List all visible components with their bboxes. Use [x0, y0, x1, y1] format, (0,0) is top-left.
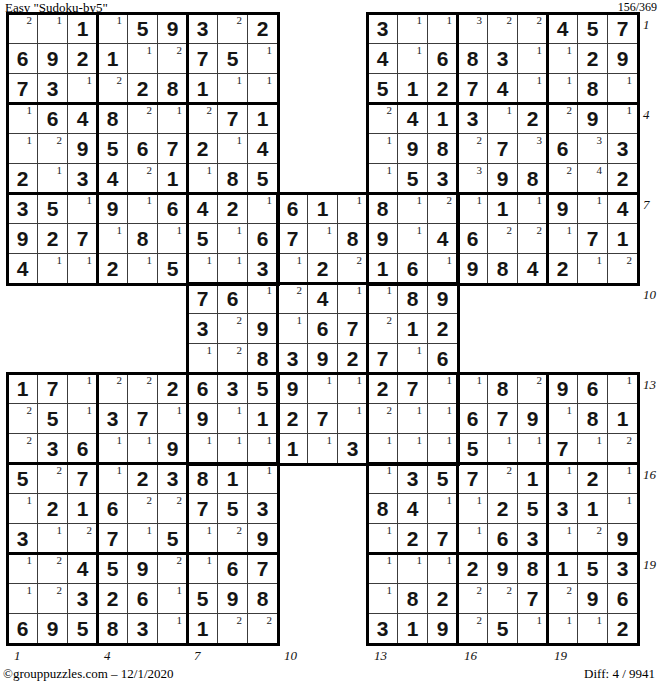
cell-r16c19[interactable]: 1 — [548, 464, 578, 494]
cell-r19c2[interactable]: 2 — [38, 554, 68, 584]
cell-r16c13[interactable]: 1 — [368, 464, 398, 494]
cell-r4c6[interactable]: 1 — [158, 104, 188, 134]
cell-r12c12[interactable]: 2 — [338, 344, 368, 374]
cell-r9c5[interactable]: 1 — [128, 254, 158, 284]
cell-r5c21[interactable]: 3 — [608, 134, 638, 164]
cell-r17c3[interactable]: 1 — [68, 494, 98, 524]
cell-r14c12[interactable]: 1 — [338, 404, 368, 434]
cell-r18c6[interactable]: 5 — [158, 524, 188, 554]
cell-r19c1[interactable]: 1 — [8, 554, 38, 584]
cell-r17c20[interactable]: 1 — [578, 494, 608, 524]
cell-r14c10[interactable]: 2 — [278, 404, 308, 434]
cell-r18c8[interactable]: 2 — [218, 524, 248, 554]
cell-r9c15[interactable]: 1 — [428, 254, 458, 284]
cell-r6c2[interactable]: 1 — [38, 164, 68, 194]
cell-r2c15[interactable]: 6 — [428, 44, 458, 74]
cell-r4c1[interactable]: 1 — [8, 104, 38, 134]
cell-r4c19[interactable]: 2 — [548, 104, 578, 134]
cell-r12c10[interactable]: 3 — [278, 344, 308, 374]
cell-r9c12[interactable]: 2 — [338, 254, 368, 284]
cell-r8c13[interactable]: 9 — [368, 224, 398, 254]
cell-r17c17[interactable]: 2 — [488, 494, 518, 524]
cell-r3c2[interactable]: 3 — [38, 74, 68, 104]
cell-r21c20[interactable]: 1 — [578, 614, 608, 644]
cell-r9c6[interactable]: 5 — [158, 254, 188, 284]
cell-r8c6[interactable]: 1 — [158, 224, 188, 254]
cell-r1c19[interactable]: 4 — [548, 14, 578, 44]
cell-r18c17[interactable]: 6 — [488, 524, 518, 554]
cell-r15c4[interactable]: 1 — [98, 434, 128, 464]
cell-r5c20[interactable]: 3 — [578, 134, 608, 164]
cell-r6c19[interactable]: 2 — [548, 164, 578, 194]
cell-r19c8[interactable]: 6 — [218, 554, 248, 584]
cell-r5c13[interactable]: 1 — [368, 134, 398, 164]
cell-r3c15[interactable]: 2 — [428, 74, 458, 104]
cell-r15c11[interactable]: 1 — [308, 434, 338, 464]
cell-r2c13[interactable]: 4 — [368, 44, 398, 74]
cell-r14c6[interactable]: 1 — [158, 404, 188, 434]
cell-r1c1[interactable]: 2 — [8, 14, 38, 44]
cell-r4c14[interactable]: 4 — [398, 104, 428, 134]
cell-r6c14[interactable]: 5 — [398, 164, 428, 194]
cell-r9c17[interactable]: 8 — [488, 254, 518, 284]
cell-r13c13[interactable]: 2 — [368, 374, 398, 404]
cell-r4c13[interactable]: 2 — [368, 104, 398, 134]
cell-r11c15[interactable]: 2 — [428, 314, 458, 344]
cell-r15c8[interactable]: 1 — [218, 434, 248, 464]
cell-r18c3[interactable]: 2 — [68, 524, 98, 554]
cell-r16c16[interactable]: 7 — [458, 464, 488, 494]
cell-r17c19[interactable]: 3 — [548, 494, 578, 524]
cell-r15c12[interactable]: 3 — [338, 434, 368, 464]
cell-r16c8[interactable]: 1 — [218, 464, 248, 494]
cell-r11c9[interactable]: 9 — [248, 314, 278, 344]
cell-r20c14[interactable]: 8 — [398, 584, 428, 614]
cell-r15c2[interactable]: 3 — [38, 434, 68, 464]
cell-r18c4[interactable]: 7 — [98, 524, 128, 554]
cell-r1c14[interactable]: 1 — [398, 14, 428, 44]
cell-r5c7[interactable]: 2 — [188, 134, 218, 164]
cell-r19c17[interactable]: 9 — [488, 554, 518, 584]
cell-r14c2[interactable]: 5 — [38, 404, 68, 434]
cell-r3c16[interactable]: 7 — [458, 74, 488, 104]
cell-r3c17[interactable]: 4 — [488, 74, 518, 104]
cell-r5c2[interactable]: 2 — [38, 134, 68, 164]
cell-r6c3[interactable]: 3 — [68, 164, 98, 194]
cell-r13c19[interactable]: 9 — [548, 374, 578, 404]
cell-r19c21[interactable]: 3 — [608, 554, 638, 584]
cell-r13c6[interactable]: 2 — [158, 374, 188, 404]
cell-r6c20[interactable]: 4 — [578, 164, 608, 194]
cell-r4c5[interactable]: 2 — [128, 104, 158, 134]
cell-r1c16[interactable]: 3 — [458, 14, 488, 44]
cell-r18c2[interactable]: 1 — [38, 524, 68, 554]
cell-r3c4[interactable]: 2 — [98, 74, 128, 104]
cell-r7c13[interactable]: 8 — [368, 194, 398, 224]
cell-r1c13[interactable]: 3 — [368, 14, 398, 44]
cell-r5c1[interactable]: 1 — [8, 134, 38, 164]
cell-r8c8[interactable]: 1 — [218, 224, 248, 254]
cell-r8c11[interactable]: 1 — [308, 224, 338, 254]
cell-r5c6[interactable]: 7 — [158, 134, 188, 164]
cell-r20c18[interactable]: 7 — [518, 584, 548, 614]
cell-r5c19[interactable]: 6 — [548, 134, 578, 164]
cell-r9c4[interactable]: 2 — [98, 254, 128, 284]
cell-r1c2[interactable]: 1 — [38, 14, 68, 44]
cell-r8c15[interactable]: 4 — [428, 224, 458, 254]
cell-r2c5[interactable]: 1 — [128, 44, 158, 74]
cell-r3c14[interactable]: 1 — [398, 74, 428, 104]
cell-r4c15[interactable]: 1 — [428, 104, 458, 134]
cell-r3c5[interactable]: 2 — [128, 74, 158, 104]
cell-r7c8[interactable]: 2 — [218, 194, 248, 224]
cell-r7c9[interactable]: 1 — [248, 194, 278, 224]
cell-r8c16[interactable]: 6 — [458, 224, 488, 254]
cell-r14c21[interactable]: 1 — [608, 404, 638, 434]
cell-r15c21[interactable]: 2 — [608, 434, 638, 464]
cell-r1c6[interactable]: 9 — [158, 14, 188, 44]
cell-r19c5[interactable]: 9 — [128, 554, 158, 584]
cell-r14c4[interactable]: 3 — [98, 404, 128, 434]
cell-r10c10[interactable]: 2 — [278, 284, 308, 314]
cell-r7c11[interactable]: 1 — [308, 194, 338, 224]
cell-r15c5[interactable]: 1 — [128, 434, 158, 464]
cell-r8c4[interactable]: 1 — [98, 224, 128, 254]
cell-r4c18[interactable]: 2 — [518, 104, 548, 134]
cell-r13c18[interactable]: 2 — [518, 374, 548, 404]
cell-r4c9[interactable]: 1 — [248, 104, 278, 134]
cell-r5c8[interactable]: 1 — [218, 134, 248, 164]
cell-r8c1[interactable]: 9 — [8, 224, 38, 254]
cell-r5c18[interactable]: 3 — [518, 134, 548, 164]
cell-r3c13[interactable]: 5 — [368, 74, 398, 104]
cell-r2c16[interactable]: 8 — [458, 44, 488, 74]
cell-r4c8[interactable]: 7 — [218, 104, 248, 134]
cell-r13c15[interactable]: 1 — [428, 374, 458, 404]
cell-r3c6[interactable]: 8 — [158, 74, 188, 104]
cell-r7c19[interactable]: 9 — [548, 194, 578, 224]
cell-r19c13[interactable]: 1 — [368, 554, 398, 584]
cell-r3c1[interactable]: 7 — [8, 74, 38, 104]
cell-r17c21[interactable]: 1 — [608, 494, 638, 524]
cell-r10c7[interactable]: 7 — [188, 284, 218, 314]
cell-r15c9[interactable]: 1 — [248, 434, 278, 464]
cell-r21c1[interactable]: 6 — [8, 614, 38, 644]
cell-r5c17[interactable]: 7 — [488, 134, 518, 164]
cell-r17c16[interactable]: 1 — [458, 494, 488, 524]
cell-r21c15[interactable]: 9 — [428, 614, 458, 644]
cell-r9c18[interactable]: 4 — [518, 254, 548, 284]
cell-r7c1[interactable]: 3 — [8, 194, 38, 224]
cell-r15c10[interactable]: 1 — [278, 434, 308, 464]
cell-r21c4[interactable]: 8 — [98, 614, 128, 644]
cell-r12c11[interactable]: 9 — [308, 344, 338, 374]
cell-r13c12[interactable]: 1 — [338, 374, 368, 404]
cell-r9c21[interactable]: 2 — [608, 254, 638, 284]
cell-r14c18[interactable]: 9 — [518, 404, 548, 434]
cell-r8c21[interactable]: 1 — [608, 224, 638, 254]
cell-r20c7[interactable]: 5 — [188, 584, 218, 614]
cell-r12c13[interactable]: 7 — [368, 344, 398, 374]
cell-r18c13[interactable]: 1 — [368, 524, 398, 554]
cell-r16c4[interactable]: 1 — [98, 464, 128, 494]
cell-r13c21[interactable]: 1 — [608, 374, 638, 404]
cell-r13c14[interactable]: 7 — [398, 374, 428, 404]
cell-r11c12[interactable]: 7 — [338, 314, 368, 344]
cell-r3c19[interactable]: 1 — [548, 74, 578, 104]
cell-r20c15[interactable]: 2 — [428, 584, 458, 614]
cell-r21c5[interactable]: 3 — [128, 614, 158, 644]
cell-r9c14[interactable]: 6 — [398, 254, 428, 284]
cell-r6c18[interactable]: 8 — [518, 164, 548, 194]
cell-r2c2[interactable]: 9 — [38, 44, 68, 74]
cell-r5c4[interactable]: 5 — [98, 134, 128, 164]
cell-r16c3[interactable]: 7 — [68, 464, 98, 494]
cell-r1c15[interactable]: 1 — [428, 14, 458, 44]
cell-r12c14[interactable]: 1 — [398, 344, 428, 374]
cell-r16c14[interactable]: 3 — [398, 464, 428, 494]
cell-r17c6[interactable]: 2 — [158, 494, 188, 524]
cell-r19c4[interactable]: 5 — [98, 554, 128, 584]
cell-r9c10[interactable]: 1 — [278, 254, 308, 284]
cell-r21c2[interactable]: 9 — [38, 614, 68, 644]
cell-r8c7[interactable]: 5 — [188, 224, 218, 254]
cell-r21c8[interactable]: 2 — [218, 614, 248, 644]
cell-r2c8[interactable]: 5 — [218, 44, 248, 74]
cell-r15c17[interactable]: 1 — [488, 434, 518, 464]
cell-r4c3[interactable]: 4 — [68, 104, 98, 134]
cell-r20c16[interactable]: 2 — [458, 584, 488, 614]
cell-r19c9[interactable]: 7 — [248, 554, 278, 584]
cell-r9c20[interactable]: 1 — [578, 254, 608, 284]
cell-r5c9[interactable]: 4 — [248, 134, 278, 164]
cell-r14c9[interactable]: 1 — [248, 404, 278, 434]
cell-r6c5[interactable]: 2 — [128, 164, 158, 194]
cell-r3c7[interactable]: 1 — [188, 74, 218, 104]
cell-r6c7[interactable]: 1 — [188, 164, 218, 194]
cell-r7c6[interactable]: 6 — [158, 194, 188, 224]
cell-r7c12[interactable]: 1 — [338, 194, 368, 224]
cell-r20c17[interactable]: 2 — [488, 584, 518, 614]
cell-r6c9[interactable]: 5 — [248, 164, 278, 194]
cell-r6c13[interactable]: 1 — [368, 164, 398, 194]
cell-r13c16[interactable]: 1 — [458, 374, 488, 404]
cell-r21c19[interactable]: 1 — [548, 614, 578, 644]
cell-r21c14[interactable]: 1 — [398, 614, 428, 644]
cell-r8c3[interactable]: 7 — [68, 224, 98, 254]
cell-r15c18[interactable]: 1 — [518, 434, 548, 464]
cell-r12c15[interactable]: 6 — [428, 344, 458, 374]
cell-r9c11[interactable]: 2 — [308, 254, 338, 284]
cell-r7c7[interactable]: 4 — [188, 194, 218, 224]
cell-r19c18[interactable]: 8 — [518, 554, 548, 584]
cell-r20c6[interactable]: 1 — [158, 584, 188, 614]
cell-r9c3[interactable]: 1 — [68, 254, 98, 284]
cell-r8c10[interactable]: 7 — [278, 224, 308, 254]
cell-r10c12[interactable]: 1 — [338, 284, 368, 314]
cell-r2c3[interactable]: 2 — [68, 44, 98, 74]
cell-r3c3[interactable]: 1 — [68, 74, 98, 104]
cell-r16c9[interactable]: 1 — [248, 464, 278, 494]
cell-r17c13[interactable]: 8 — [368, 494, 398, 524]
cell-r20c13[interactable]: 1 — [368, 584, 398, 614]
cell-r6c8[interactable]: 8 — [218, 164, 248, 194]
cell-r15c3[interactable]: 6 — [68, 434, 98, 464]
cell-r9c19[interactable]: 2 — [548, 254, 578, 284]
cell-r8c9[interactable]: 6 — [248, 224, 278, 254]
cell-r13c8[interactable]: 3 — [218, 374, 248, 404]
cell-r20c4[interactable]: 2 — [98, 584, 128, 614]
cell-r14c8[interactable]: 1 — [218, 404, 248, 434]
cell-r7c20[interactable]: 1 — [578, 194, 608, 224]
cell-r2c20[interactable]: 2 — [578, 44, 608, 74]
cell-r9c2[interactable]: 1 — [38, 254, 68, 284]
cell-r1c7[interactable]: 3 — [188, 14, 218, 44]
cell-r18c19[interactable]: 1 — [548, 524, 578, 554]
cell-r17c9[interactable]: 3 — [248, 494, 278, 524]
cell-r10c11[interactable]: 4 — [308, 284, 338, 314]
cell-r15c14[interactable]: 1 — [398, 434, 428, 464]
cell-r11c14[interactable]: 1 — [398, 314, 428, 344]
cell-r1c5[interactable]: 5 — [128, 14, 158, 44]
cell-r7c10[interactable]: 6 — [278, 194, 308, 224]
cell-r7c14[interactable]: 1 — [398, 194, 428, 224]
cell-r6c21[interactable]: 2 — [608, 164, 638, 194]
cell-r2c9[interactable]: 1 — [248, 44, 278, 74]
cell-r6c15[interactable]: 3 — [428, 164, 458, 194]
cell-r11c7[interactable]: 3 — [188, 314, 218, 344]
cell-r8c2[interactable]: 2 — [38, 224, 68, 254]
cell-r17c8[interactable]: 5 — [218, 494, 248, 524]
cell-r7c5[interactable]: 1 — [128, 194, 158, 224]
cell-r13c11[interactable]: 1 — [308, 374, 338, 404]
cell-r7c17[interactable]: 1 — [488, 194, 518, 224]
cell-r3c9[interactable]: 1 — [248, 74, 278, 104]
cell-r6c1[interactable]: 2 — [8, 164, 38, 194]
cell-r3c18[interactable]: 1 — [518, 74, 548, 104]
cell-r6c17[interactable]: 9 — [488, 164, 518, 194]
cell-r8c12[interactable]: 8 — [338, 224, 368, 254]
cell-r21c17[interactable]: 5 — [488, 614, 518, 644]
cell-r6c4[interactable]: 4 — [98, 164, 128, 194]
cell-r4c2[interactable]: 6 — [38, 104, 68, 134]
cell-r17c14[interactable]: 4 — [398, 494, 428, 524]
cell-r10c15[interactable]: 9 — [428, 284, 458, 314]
cell-r19c20[interactable]: 5 — [578, 554, 608, 584]
cell-r14c14[interactable]: 1 — [398, 404, 428, 434]
cell-r12c9[interactable]: 8 — [248, 344, 278, 374]
cell-r3c8[interactable]: 1 — [218, 74, 248, 104]
cell-r9c9[interactable]: 3 — [248, 254, 278, 284]
cell-r3c20[interactable]: 8 — [578, 74, 608, 104]
cell-r18c14[interactable]: 2 — [398, 524, 428, 554]
cell-r14c3[interactable]: 1 — [68, 404, 98, 434]
cell-r13c17[interactable]: 8 — [488, 374, 518, 404]
cell-r15c6[interactable]: 9 — [158, 434, 188, 464]
cell-r19c6[interactable]: 2 — [158, 554, 188, 584]
cell-r2c17[interactable]: 3 — [488, 44, 518, 74]
cell-r11c13[interactable]: 2 — [368, 314, 398, 344]
cell-r17c5[interactable]: 2 — [128, 494, 158, 524]
cell-r16c2[interactable]: 2 — [38, 464, 68, 494]
cell-r8c18[interactable]: 2 — [518, 224, 548, 254]
cell-r15c15[interactable]: 1 — [428, 434, 458, 464]
cell-r1c17[interactable]: 2 — [488, 14, 518, 44]
cell-r18c20[interactable]: 2 — [578, 524, 608, 554]
cell-r21c18[interactable]: 1 — [518, 614, 548, 644]
cell-r9c13[interactable]: 1 — [368, 254, 398, 284]
cell-r18c5[interactable]: 1 — [128, 524, 158, 554]
cell-r2c1[interactable]: 6 — [8, 44, 38, 74]
cell-r20c20[interactable]: 9 — [578, 584, 608, 614]
cell-r10c9[interactable]: 1 — [248, 284, 278, 314]
cell-r18c15[interactable]: 7 — [428, 524, 458, 554]
cell-r11c8[interactable]: 2 — [218, 314, 248, 344]
cell-r2c6[interactable]: 2 — [158, 44, 188, 74]
cell-r6c6[interactable]: 1 — [158, 164, 188, 194]
cell-r16c6[interactable]: 3 — [158, 464, 188, 494]
cell-r14c11[interactable]: 7 — [308, 404, 338, 434]
cell-r1c8[interactable]: 2 — [218, 14, 248, 44]
cell-r1c4[interactable]: 1 — [98, 14, 128, 44]
cell-r15c1[interactable]: 2 — [8, 434, 38, 464]
cell-r3c21[interactable]: 1 — [608, 74, 638, 104]
cell-r4c4[interactable]: 8 — [98, 104, 128, 134]
cell-r7c18[interactable]: 1 — [518, 194, 548, 224]
cell-r10c8[interactable]: 6 — [218, 284, 248, 314]
cell-r10c13[interactable]: 1 — [368, 284, 398, 314]
cell-r16c20[interactable]: 2 — [578, 464, 608, 494]
cell-r13c2[interactable]: 7 — [38, 374, 68, 404]
cell-r21c16[interactable]: 2 — [458, 614, 488, 644]
cell-r11c11[interactable]: 6 — [308, 314, 338, 344]
cell-r13c1[interactable]: 1 — [8, 374, 38, 404]
cell-r13c7[interactable]: 6 — [188, 374, 218, 404]
cell-r9c1[interactable]: 4 — [8, 254, 38, 284]
cell-r4c21[interactable]: 1 — [608, 104, 638, 134]
cell-r15c20[interactable]: 1 — [578, 434, 608, 464]
cell-r15c13[interactable]: 1 — [368, 434, 398, 464]
cell-r14c17[interactable]: 7 — [488, 404, 518, 434]
cell-r1c20[interactable]: 5 — [578, 14, 608, 44]
cell-r5c16[interactable]: 2 — [458, 134, 488, 164]
cell-r19c16[interactable]: 2 — [458, 554, 488, 584]
cell-r14c7[interactable]: 9 — [188, 404, 218, 434]
cell-r17c18[interactable]: 5 — [518, 494, 548, 524]
cell-r9c16[interactable]: 9 — [458, 254, 488, 284]
cell-r18c21[interactable]: 9 — [608, 524, 638, 554]
cell-r17c7[interactable]: 7 — [188, 494, 218, 524]
cell-r8c17[interactable]: 2 — [488, 224, 518, 254]
cell-r12c8[interactable]: 2 — [218, 344, 248, 374]
cell-r6c16[interactable]: 3 — [458, 164, 488, 194]
cell-r13c3[interactable]: 1 — [68, 374, 98, 404]
cell-r14c20[interactable]: 8 — [578, 404, 608, 434]
cell-r4c20[interactable]: 9 — [578, 104, 608, 134]
cell-r16c21[interactable]: 1 — [608, 464, 638, 494]
cell-r17c1[interactable]: 1 — [8, 494, 38, 524]
cell-r19c3[interactable]: 4 — [68, 554, 98, 584]
cell-r21c7[interactable]: 1 — [188, 614, 218, 644]
cell-r20c9[interactable]: 8 — [248, 584, 278, 614]
cell-r15c7[interactable]: 1 — [188, 434, 218, 464]
cell-r7c2[interactable]: 5 — [38, 194, 68, 224]
cell-r14c5[interactable]: 7 — [128, 404, 158, 434]
cell-r1c3[interactable]: 1 — [68, 14, 98, 44]
cell-r8c14[interactable]: 1 — [398, 224, 428, 254]
cell-r2c18[interactable]: 1 — [518, 44, 548, 74]
cell-r16c1[interactable]: 5 — [8, 464, 38, 494]
